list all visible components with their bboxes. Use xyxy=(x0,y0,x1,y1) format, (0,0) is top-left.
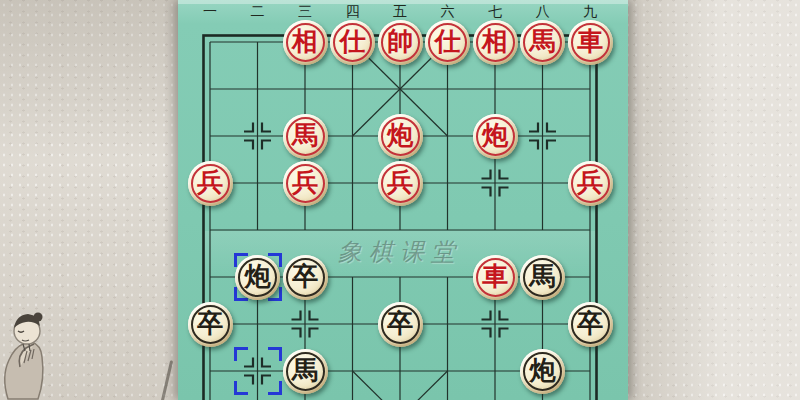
piece-ring: 兵 xyxy=(381,164,420,203)
column-label: 三 xyxy=(295,3,315,21)
column-label: 五 xyxy=(390,3,410,21)
piece-character: 車 xyxy=(482,263,508,289)
piece-ring: 相 xyxy=(286,23,325,62)
piece-character: 仕 xyxy=(435,28,461,54)
piece-ring: 卒 xyxy=(191,305,230,344)
paper-background-left xyxy=(0,0,178,400)
black-piece-炮[interactable]: 炮 xyxy=(520,349,565,394)
red-piece-兵[interactable]: 兵 xyxy=(378,161,423,206)
ink-branch-stroke xyxy=(160,360,173,400)
piece-ring: 卒 xyxy=(571,305,610,344)
piece-ring: 車 xyxy=(571,23,610,62)
piece-ring: 卒 xyxy=(381,305,420,344)
piece-character: 兵 xyxy=(292,169,318,195)
column-label: 二 xyxy=(248,3,268,21)
black-piece-卒[interactable]: 卒 xyxy=(188,302,233,347)
red-piece-車[interactable]: 車 xyxy=(568,20,613,65)
piece-character: 炮 xyxy=(387,122,413,148)
red-piece-兵[interactable]: 兵 xyxy=(568,161,613,206)
column-label: 七 xyxy=(485,3,505,21)
piece-ring: 仕 xyxy=(333,23,372,62)
piece-character: 馬 xyxy=(530,263,556,289)
piece-ring: 炮 xyxy=(476,117,515,156)
last-move-highlight xyxy=(234,347,282,395)
piece-character: 相 xyxy=(292,28,318,54)
black-piece-馬[interactable]: 馬 xyxy=(520,255,565,300)
black-piece-炮[interactable]: 炮 xyxy=(235,255,280,300)
piece-ring: 炮 xyxy=(523,352,562,391)
black-piece-卒[interactable]: 卒 xyxy=(283,255,328,300)
piece-ring: 相 xyxy=(476,23,515,62)
paper-background-right: 梅花谱 xyxy=(628,0,800,400)
piece-ring: 炮 xyxy=(238,258,277,297)
piece-character: 卒 xyxy=(577,310,603,336)
column-label: 一 xyxy=(200,3,220,21)
column-label: 九 xyxy=(580,3,600,21)
red-piece-馬[interactable]: 馬 xyxy=(520,20,565,65)
red-piece-馬[interactable]: 馬 xyxy=(283,114,328,159)
piece-character: 馬 xyxy=(292,122,318,148)
scholar-ink-sketch xyxy=(0,297,68,400)
red-piece-帥[interactable]: 帥 xyxy=(378,20,423,65)
piece-character: 仕 xyxy=(340,28,366,54)
column-label: 八 xyxy=(533,3,553,21)
piece-ring: 馬 xyxy=(286,117,325,156)
piece-character: 卒 xyxy=(197,310,223,336)
piece-character: 車 xyxy=(577,28,603,54)
piece-character: 馬 xyxy=(530,28,556,54)
red-piece-兵[interactable]: 兵 xyxy=(188,161,233,206)
piece-ring: 兵 xyxy=(571,164,610,203)
piece-character: 馬 xyxy=(292,357,318,383)
piece-ring: 車 xyxy=(476,258,515,297)
piece-ring: 仕 xyxy=(428,23,467,62)
column-label: 四 xyxy=(343,3,363,21)
piece-ring: 馬 xyxy=(523,23,562,62)
red-piece-炮[interactable]: 炮 xyxy=(378,114,423,159)
piece-character: 卒 xyxy=(292,263,318,289)
red-piece-仕[interactable]: 仕 xyxy=(330,20,375,65)
red-piece-炮[interactable]: 炮 xyxy=(473,114,518,159)
piece-ring: 兵 xyxy=(191,164,230,203)
red-piece-相[interactable]: 相 xyxy=(473,20,518,65)
piece-character: 相 xyxy=(482,28,508,54)
piece-character: 卒 xyxy=(387,310,413,336)
red-piece-相[interactable]: 相 xyxy=(283,20,328,65)
piece-ring: 帥 xyxy=(381,23,420,62)
column-label: 六 xyxy=(438,3,458,21)
piece-ring: 兵 xyxy=(286,164,325,203)
piece-ring: 馬 xyxy=(286,352,325,391)
piece-ring: 炮 xyxy=(381,117,420,156)
black-piece-馬[interactable]: 馬 xyxy=(283,349,328,394)
piece-character: 帥 xyxy=(387,28,413,54)
red-piece-仕[interactable]: 仕 xyxy=(425,20,470,65)
piece-character: 兵 xyxy=(387,169,413,195)
black-piece-卒[interactable]: 卒 xyxy=(568,302,613,347)
piece-character: 炮 xyxy=(530,357,556,383)
red-piece-兵[interactable]: 兵 xyxy=(283,161,328,206)
piece-ring: 卒 xyxy=(286,258,325,297)
black-piece-卒[interactable]: 卒 xyxy=(378,302,423,347)
piece-character: 炮 xyxy=(245,263,271,289)
piece-ring: 馬 xyxy=(523,258,562,297)
piece-character: 兵 xyxy=(577,169,603,195)
xiangqi-board[interactable]: 象棋课堂 一二三四五六七八九 相仕帥仕相馬車馬炮炮兵兵兵兵炮卒車馬卒卒卒馬炮 xyxy=(178,0,628,400)
piece-character: 兵 xyxy=(197,169,223,195)
piece-character: 炮 xyxy=(482,122,508,148)
red-piece-車[interactable]: 車 xyxy=(473,255,518,300)
